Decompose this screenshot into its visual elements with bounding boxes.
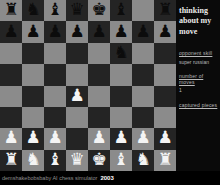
piece-black-knight: ♞ <box>25 1 40 18</box>
square-e7[interactable]: ♟ <box>88 21 110 42</box>
square-h6[interactable] <box>154 43 176 64</box>
status-bar: demshakebobsbaby AI chess simulator 2003 <box>0 171 220 185</box>
square-e6[interactable] <box>88 43 110 64</box>
square-c6[interactable] <box>44 43 66 64</box>
square-f7[interactable]: ♟ <box>110 21 132 42</box>
square-a6[interactable] <box>0 43 22 64</box>
square-f2[interactable]: ♟ <box>110 128 132 149</box>
piece-black-knight: ♞ <box>113 44 128 61</box>
piece-white-pawn: ♟ <box>25 129 40 146</box>
square-c8[interactable]: ♝ <box>44 0 66 21</box>
square-h1[interactable]: ♜ <box>154 150 176 171</box>
square-a3[interactable] <box>0 107 22 128</box>
square-b8[interactable]: ♞ <box>22 0 44 21</box>
square-f8[interactable]: ♝ <box>110 0 132 21</box>
app-year: 2003 <box>100 175 113 181</box>
piece-white-pawn: ♟ <box>113 129 128 146</box>
piece-black-rook: ♜ <box>3 1 18 18</box>
square-e5[interactable] <box>88 64 110 85</box>
piece-black-pawn: ♟ <box>47 23 62 40</box>
piece-white-knight: ♞ <box>25 151 40 168</box>
square-d6[interactable] <box>66 43 88 64</box>
piece-white-pawn: ♟ <box>157 129 172 146</box>
square-d5[interactable] <box>66 64 88 85</box>
square-b1[interactable]: ♞ <box>22 150 44 171</box>
square-d7[interactable]: ♟ <box>66 21 88 42</box>
square-c4[interactable] <box>44 86 66 107</box>
piece-white-bishop: ♝ <box>47 151 62 168</box>
engine-status-message: thinking about my move <box>179 6 218 37</box>
move-count-value: 1 <box>179 88 218 94</box>
square-h4[interactable] <box>154 86 176 107</box>
square-h7[interactable]: ♟ <box>154 21 176 42</box>
square-a1[interactable]: ♜ <box>0 150 22 171</box>
square-c7[interactable]: ♟ <box>44 21 66 42</box>
square-h2[interactable]: ♟ <box>154 128 176 149</box>
opponent-skill-label: opponent skill <box>179 51 218 57</box>
piece-black-pawn: ♟ <box>25 23 40 40</box>
piece-black-pawn: ♟ <box>113 23 128 40</box>
side-panel: thinking about my move opponent skill su… <box>176 0 220 171</box>
piece-white-king: ♚ <box>91 151 106 168</box>
square-e1[interactable]: ♚ <box>88 150 110 171</box>
chess-board: ♜♞♝♛♚♝♜♟♟♟♟♟♟♟♟♞♟♟♟♟♟♟♟♟♜♞♝♛♚♝♞♜ <box>0 0 176 171</box>
piece-white-rook: ♜ <box>3 151 18 168</box>
piece-black-pawn: ♟ <box>69 23 84 40</box>
square-f3[interactable] <box>110 107 132 128</box>
piece-white-knight: ♞ <box>135 151 150 168</box>
square-f4[interactable] <box>110 86 132 107</box>
square-e2[interactable]: ♟ <box>88 128 110 149</box>
square-b6[interactable] <box>22 43 44 64</box>
square-c2[interactable]: ♟ <box>44 128 66 149</box>
opponent-skill-value: super russian <box>179 60 218 66</box>
square-b7[interactable]: ♟ <box>22 21 44 42</box>
piece-black-queen: ♛ <box>69 1 84 18</box>
piece-black-pawn: ♟ <box>135 23 150 40</box>
square-a5[interactable] <box>0 64 22 85</box>
piece-white-rook: ♜ <box>157 151 172 168</box>
piece-black-pawn: ♟ <box>91 23 106 40</box>
square-d1[interactable]: ♛ <box>66 150 88 171</box>
square-c1[interactable]: ♝ <box>44 150 66 171</box>
square-h8[interactable]: ♜ <box>154 0 176 21</box>
square-a2[interactable]: ♟ <box>0 128 22 149</box>
piece-black-pawn: ♟ <box>157 23 172 40</box>
square-g6[interactable] <box>132 43 154 64</box>
square-f6[interactable]: ♞ <box>110 43 132 64</box>
square-d4[interactable]: ♟ <box>66 86 88 107</box>
square-c3[interactable] <box>44 107 66 128</box>
square-h5[interactable] <box>154 64 176 85</box>
piece-black-pawn: ♟ <box>3 23 18 40</box>
piece-white-bishop: ♝ <box>113 151 128 168</box>
app-caption: demshakebobsbaby AI chess simulator <box>2 175 97 181</box>
square-g4[interactable] <box>132 86 154 107</box>
captured-pieces-tray <box>179 108 218 148</box>
piece-white-queen: ♛ <box>69 151 84 168</box>
square-a8[interactable]: ♜ <box>0 0 22 21</box>
square-a7[interactable]: ♟ <box>0 21 22 42</box>
piece-white-pawn: ♟ <box>47 129 62 146</box>
square-g3[interactable] <box>132 107 154 128</box>
piece-black-king: ♚ <box>91 1 106 18</box>
square-g2[interactable]: ♟ <box>132 128 154 149</box>
square-g1[interactable]: ♞ <box>132 150 154 171</box>
piece-white-pawn: ♟ <box>135 129 150 146</box>
captured-pieces-label: captured pieces <box>179 103 218 109</box>
square-e3[interactable] <box>88 107 110 128</box>
square-d2[interactable] <box>66 128 88 149</box>
piece-black-bishop: ♝ <box>113 1 128 18</box>
square-b3[interactable] <box>22 107 44 128</box>
piece-white-pawn: ♟ <box>69 87 84 104</box>
move-count-label: number of moves <box>179 74 218 85</box>
piece-black-rook: ♜ <box>157 1 172 18</box>
piece-white-pawn: ♟ <box>91 129 106 146</box>
square-e8[interactable]: ♚ <box>88 0 110 21</box>
square-b5[interactable] <box>22 64 44 85</box>
square-f5[interactable] <box>110 64 132 85</box>
square-f1[interactable]: ♝ <box>110 150 132 171</box>
square-g8[interactable] <box>132 0 154 21</box>
square-b2[interactable]: ♟ <box>22 128 44 149</box>
square-b4[interactable] <box>22 86 44 107</box>
square-g7[interactable]: ♟ <box>132 21 154 42</box>
square-h3[interactable] <box>154 107 176 128</box>
square-d8[interactable]: ♛ <box>66 0 88 21</box>
square-g5[interactable] <box>132 64 154 85</box>
square-d3[interactable] <box>66 107 88 128</box>
piece-black-bishop: ♝ <box>47 1 62 18</box>
piece-white-pawn: ♟ <box>3 129 18 146</box>
square-a4[interactable] <box>0 86 22 107</box>
square-e4[interactable] <box>88 86 110 107</box>
square-c5[interactable] <box>44 64 66 85</box>
